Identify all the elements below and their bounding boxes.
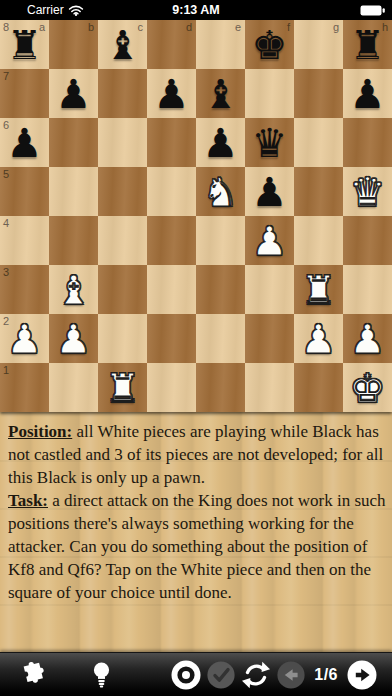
rank-label-1: 1	[3, 364, 9, 376]
app-screen: Carrier 9:13 AM 8a♜bc♝def♚gh♜7♟♟♝♟6♟♟♛5♞…	[0, 0, 392, 696]
piece-black-rook-h8[interactable]: ♜	[343, 20, 392, 69]
square-a7[interactable]: 7	[0, 69, 49, 118]
square-d1[interactable]	[147, 363, 196, 412]
square-e1[interactable]	[196, 363, 245, 412]
square-c8[interactable]: c♝	[98, 20, 147, 69]
progress-counter: 1/6	[314, 666, 338, 684]
square-b2[interactable]: ♟	[49, 314, 98, 363]
square-d5[interactable]	[147, 167, 196, 216]
rank-label-3: 3	[3, 266, 9, 278]
rank-label-4: 4	[3, 217, 9, 229]
next-button[interactable]	[347, 660, 377, 690]
piece-black-bishop-c8[interactable]: ♝	[98, 20, 147, 69]
carrier-label: Carrier	[27, 3, 64, 17]
square-b6[interactable]	[49, 118, 98, 167]
file-label-b: b	[88, 21, 94, 33]
previous-button[interactable]	[277, 661, 305, 689]
square-d6[interactable]	[147, 118, 196, 167]
file-label-g: g	[333, 21, 339, 33]
bottom-toolbar: 1/6	[0, 652, 392, 696]
square-h4[interactable]	[343, 216, 392, 265]
piece-black-rook-a8[interactable]: ♜	[0, 20, 49, 69]
hint-button[interactable]	[93, 662, 110, 688]
piece-white-queen-h5[interactable]: ♛	[343, 167, 392, 216]
back-arrow-icon	[277, 661, 305, 689]
square-a8[interactable]: 8a♜	[0, 20, 49, 69]
square-a4[interactable]: 4	[0, 216, 49, 265]
square-b4[interactable]	[49, 216, 98, 265]
square-d7[interactable]: ♟	[147, 69, 196, 118]
piece-white-rook-c1[interactable]: ♜	[98, 363, 147, 412]
square-d4[interactable]	[147, 216, 196, 265]
square-g8[interactable]: g	[294, 20, 343, 69]
square-c4[interactable]	[98, 216, 147, 265]
square-g3[interactable]: ♜	[294, 265, 343, 314]
puzzle-piece-icon	[17, 661, 47, 688]
square-c1[interactable]: ♜	[98, 363, 147, 412]
square-e2[interactable]	[196, 314, 245, 363]
square-h6[interactable]	[343, 118, 392, 167]
hint-bulb-icon	[93, 662, 110, 688]
piece-black-queen-f6[interactable]: ♛	[245, 118, 294, 167]
square-e6[interactable]: ♟	[196, 118, 245, 167]
square-h7[interactable]: ♟	[343, 69, 392, 118]
square-g4[interactable]	[294, 216, 343, 265]
piece-white-pawn-a2[interactable]: ♟	[0, 314, 49, 363]
square-h1[interactable]: ♚	[343, 363, 392, 412]
square-b1[interactable]	[49, 363, 98, 412]
instructions-panel: Position: all White pieces are playing w…	[0, 412, 392, 652]
restart-button[interactable]	[241, 660, 271, 690]
square-f4[interactable]: ♟	[245, 216, 294, 265]
piece-white-pawn-f4[interactable]: ♟	[245, 216, 294, 265]
next-arrow-icon	[347, 660, 377, 690]
square-g2[interactable]: ♟	[294, 314, 343, 363]
piece-white-pawn-b2[interactable]: ♟	[49, 314, 98, 363]
square-c5[interactable]	[98, 167, 147, 216]
rank-label-7: 7	[3, 70, 9, 82]
piece-black-pawn-f5[interactable]: ♟	[245, 167, 294, 216]
square-f3[interactable]	[245, 265, 294, 314]
file-label-d: d	[186, 21, 192, 33]
square-h5[interactable]: ♛	[343, 167, 392, 216]
position-paragraph: Position: all White pieces are playing w…	[8, 420, 386, 489]
square-c3[interactable]	[98, 265, 147, 314]
square-g1[interactable]	[294, 363, 343, 412]
piece-white-king-h1[interactable]: ♚	[343, 363, 392, 412]
square-d3[interactable]	[147, 265, 196, 314]
square-f8[interactable]: f♚	[245, 20, 294, 69]
position-label: Position:	[8, 422, 72, 441]
square-d8[interactable]: d	[147, 20, 196, 69]
piece-black-king-f8[interactable]: ♚	[245, 20, 294, 69]
piece-white-bishop-b3[interactable]: ♝	[49, 265, 98, 314]
square-g7[interactable]	[294, 69, 343, 118]
square-a6[interactable]: 6♟	[0, 118, 49, 167]
task-text: a direct attack on the King does not wor…	[8, 491, 386, 602]
square-e7[interactable]: ♝	[196, 69, 245, 118]
square-b5[interactable]	[49, 167, 98, 216]
square-f7[interactable]	[245, 69, 294, 118]
square-e4[interactable]	[196, 216, 245, 265]
square-f1[interactable]	[245, 363, 294, 412]
chess-board: 8a♜bc♝def♚gh♜7♟♟♝♟6♟♟♛5♞♟♛4♟3♝♜2♟♟♟♟1♜♚	[0, 20, 392, 412]
piece-white-pawn-h2[interactable]: ♟	[343, 314, 392, 363]
piece-black-pawn-h7[interactable]: ♟	[343, 69, 392, 118]
square-c6[interactable]	[98, 118, 147, 167]
square-a1[interactable]: 1	[0, 363, 49, 412]
piece-black-bishop-e7[interactable]: ♝	[196, 69, 245, 118]
puzzle-menu-button[interactable]	[17, 661, 47, 688]
square-g6[interactable]	[294, 118, 343, 167]
piece-black-pawn-a6[interactable]: ♟	[0, 118, 49, 167]
square-h3[interactable]	[343, 265, 392, 314]
piece-white-knight-e5[interactable]: ♞	[196, 167, 245, 216]
rank-label-5: 5	[3, 168, 9, 180]
task-paragraph: Task: a direct attack on the King does n…	[8, 489, 386, 604]
solution-target-button[interactable]	[171, 660, 201, 690]
square-a3[interactable]: 3	[0, 265, 49, 314]
task-label: Task:	[8, 491, 48, 510]
battery-icon	[360, 5, 385, 16]
piece-white-pawn-g2[interactable]: ♟	[294, 314, 343, 363]
square-f2[interactable]	[245, 314, 294, 363]
piece-black-pawn-e6[interactable]: ♟	[196, 118, 245, 167]
square-d2[interactable]	[147, 314, 196, 363]
square-e5[interactable]: ♞	[196, 167, 245, 216]
square-c2[interactable]	[98, 314, 147, 363]
square-c7[interactable]	[98, 69, 147, 118]
status-bar: Carrier 9:13 AM	[0, 0, 392, 20]
square-g5[interactable]	[294, 167, 343, 216]
file-label-e: e	[235, 21, 241, 33]
square-b8[interactable]: b	[49, 20, 98, 69]
square-f6[interactable]: ♛	[245, 118, 294, 167]
check-icon	[207, 661, 235, 689]
wifi-icon	[68, 4, 84, 16]
square-b3[interactable]: ♝	[49, 265, 98, 314]
square-a2[interactable]: 2♟	[0, 314, 49, 363]
square-a5[interactable]: 5	[0, 167, 49, 216]
square-h8[interactable]: h♜	[343, 20, 392, 69]
check-answer-button[interactable]	[207, 661, 235, 689]
square-e8[interactable]: e	[196, 20, 245, 69]
square-e3[interactable]	[196, 265, 245, 314]
target-icon	[171, 660, 201, 690]
piece-white-rook-g3[interactable]: ♜	[294, 265, 343, 314]
square-f5[interactable]: ♟	[245, 167, 294, 216]
refresh-icon	[241, 660, 271, 690]
square-b7[interactable]: ♟	[49, 69, 98, 118]
piece-black-pawn-d7[interactable]: ♟	[147, 69, 196, 118]
square-h2[interactable]: ♟	[343, 314, 392, 363]
piece-black-pawn-b7[interactable]: ♟	[49, 69, 98, 118]
